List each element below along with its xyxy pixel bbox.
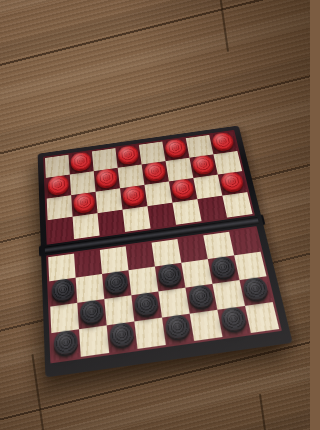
square-e1[interactable] <box>162 314 194 345</box>
red-piece[interactable] <box>117 145 139 164</box>
red-piece[interactable] <box>70 151 91 170</box>
red-piece[interactable] <box>143 161 166 181</box>
square-c2[interactable] <box>104 295 134 325</box>
red-piece[interactable] <box>96 168 118 188</box>
square-b1[interactable] <box>79 325 109 357</box>
black-piece[interactable] <box>157 263 183 287</box>
black-piece[interactable] <box>51 277 75 301</box>
black-piece[interactable] <box>104 270 129 294</box>
red-piece[interactable] <box>73 192 95 213</box>
hinge-tab-left <box>39 245 45 257</box>
black-piece[interactable] <box>219 306 247 332</box>
black-piece[interactable] <box>241 276 269 301</box>
square-e3[interactable] <box>155 263 186 292</box>
square-e5[interactable] <box>147 203 176 229</box>
square-h5[interactable] <box>222 192 252 217</box>
square-d5[interactable] <box>122 206 150 232</box>
square-e2[interactable] <box>158 288 189 318</box>
black-piece[interactable] <box>164 313 191 339</box>
square-a1[interactable] <box>51 329 80 361</box>
floor-plank-joint <box>31 354 44 430</box>
red-piece[interactable] <box>48 174 69 194</box>
square-h1[interactable] <box>245 302 279 333</box>
red-piece[interactable] <box>211 132 235 151</box>
black-piece[interactable] <box>53 329 78 356</box>
square-c1[interactable] <box>107 321 138 352</box>
square-c5[interactable] <box>98 210 126 236</box>
black-piece[interactable] <box>133 291 159 316</box>
square-a3[interactable] <box>49 278 77 307</box>
black-piece[interactable] <box>187 284 214 309</box>
square-a2[interactable] <box>50 303 79 333</box>
red-piece[interactable] <box>171 178 195 199</box>
square-b3[interactable] <box>76 274 105 303</box>
red-piece[interactable] <box>191 154 215 174</box>
black-piece[interactable] <box>210 255 237 279</box>
red-piece[interactable] <box>122 185 145 206</box>
square-h3[interactable] <box>234 252 266 280</box>
square-c3[interactable] <box>102 270 131 299</box>
floor-plank-joint <box>219 0 229 52</box>
black-piece[interactable] <box>109 321 135 348</box>
black-piece[interactable] <box>79 299 104 324</box>
square-h2[interactable] <box>239 276 272 306</box>
square-b5[interactable] <box>73 213 100 239</box>
red-piece[interactable] <box>220 171 245 192</box>
square-b2[interactable] <box>77 299 106 329</box>
square-d2[interactable] <box>131 291 162 321</box>
square-d3[interactable] <box>128 267 158 296</box>
square-d1[interactable] <box>134 318 165 349</box>
red-piece[interactable] <box>164 138 187 157</box>
square-a5[interactable] <box>48 217 74 243</box>
floor-plank-joint <box>259 394 267 430</box>
